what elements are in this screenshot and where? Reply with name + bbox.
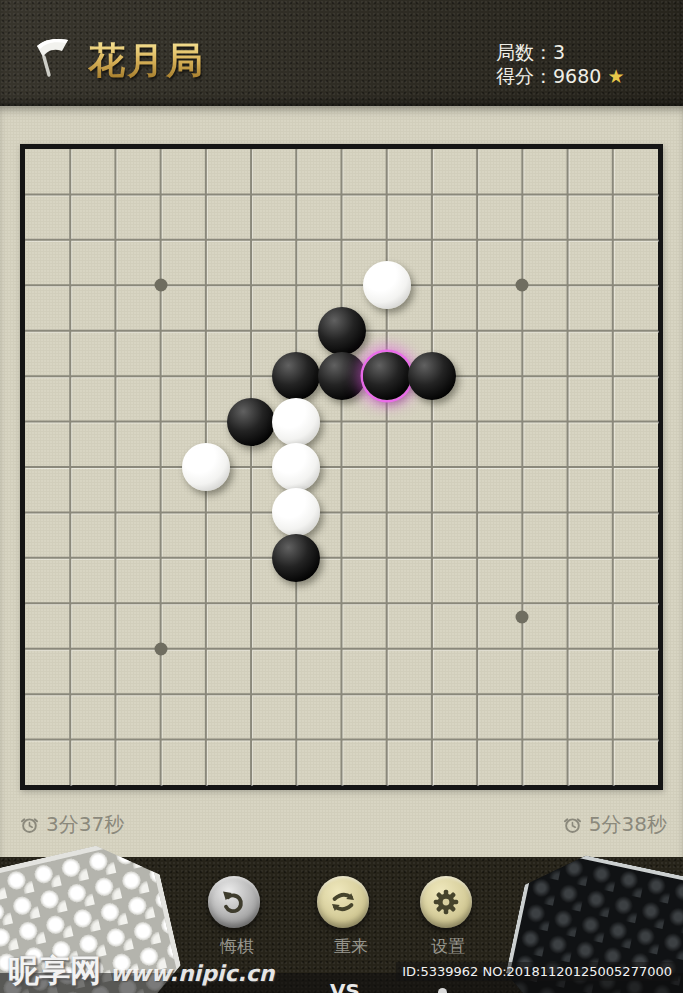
white-timer: 5分38秒	[563, 811, 667, 838]
stone-white	[182, 443, 230, 491]
undo-button[interactable]	[208, 876, 260, 928]
vs-label: VS	[330, 979, 360, 993]
board-panel: 3分37秒 5分38秒	[0, 106, 683, 857]
restart-icon	[328, 887, 358, 917]
score-value: 9680	[553, 65, 601, 87]
stone-white	[272, 398, 320, 446]
stone-white	[363, 261, 411, 309]
board[interactable]	[20, 144, 663, 790]
page-title: 花月局	[88, 36, 205, 86]
restart-label[interactable]: 重来	[306, 935, 396, 958]
score-label: 得分：	[496, 65, 553, 87]
stone-black	[318, 307, 366, 355]
stone-black	[318, 352, 366, 400]
undo-icon	[219, 887, 249, 917]
alarm-clock-icon	[563, 815, 582, 834]
black-timer-value: 3分37秒	[46, 811, 124, 838]
watermark-site: 昵享网 www.nipic.cn	[8, 950, 275, 992]
white-timer-value: 5分38秒	[589, 811, 667, 838]
flag-icon	[32, 30, 82, 80]
restart-button[interactable]	[317, 876, 369, 928]
score-star-icon: ★	[607, 65, 624, 87]
settings-button[interactable]	[420, 876, 472, 928]
score-row: 得分：9680 ★	[496, 64, 624, 88]
stone-white	[272, 488, 320, 536]
gear-icon	[431, 887, 461, 917]
stones-layer	[25, 149, 658, 785]
alarm-clock-icon	[20, 815, 39, 834]
stone-black	[227, 398, 275, 446]
bottom-dot	[438, 988, 447, 993]
header-stats: 局数：3 得分：9680 ★	[496, 40, 624, 88]
watermark-id: ID:5339962 NO:20181120125005277000	[396, 962, 678, 981]
rounds-label: 局数：	[496, 41, 553, 63]
stone-black	[272, 352, 320, 400]
watermark-site-name: 昵享网	[8, 950, 101, 992]
rounds-row: 局数：3	[496, 40, 624, 64]
rounds-value: 3	[553, 41, 565, 63]
stone-black	[408, 352, 456, 400]
black-timer: 3分37秒	[20, 811, 124, 838]
watermark-site-url: www.nipic.cn	[110, 961, 275, 986]
settings-label[interactable]: 设置	[403, 935, 493, 958]
game-screen: 花月局 局数：3 得分：9680 ★ 3分37秒 5分	[0, 0, 683, 993]
stone-black	[363, 352, 411, 400]
stone-black	[272, 534, 320, 582]
stone-white	[272, 443, 320, 491]
header: 花月局 局数：3 得分：9680 ★	[0, 0, 683, 106]
